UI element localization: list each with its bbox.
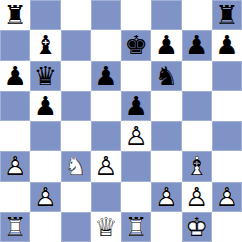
square-g3[interactable]: ♝♗ <box>182 151 212 181</box>
white-knight: ♞♘ <box>61 151 91 181</box>
white-rook: ♜♖ <box>121 212 151 242</box>
square-d7[interactable] <box>91 30 121 60</box>
square-h5[interactable] <box>212 91 242 121</box>
chess-board: ♜♜♝♚♟♟♟♟♛♟♞♟♟♟♙♟♙♞♘♟♙♝♗♟♙♟♙♟♙♟♙♜♖♛♕♜♖♚♔ <box>0 0 242 242</box>
square-g7[interactable]: ♟ <box>182 30 212 60</box>
white-queen-outline: ♕ <box>91 212 121 242</box>
square-g4[interactable] <box>182 121 212 151</box>
black-pawn: ♟ <box>212 30 242 60</box>
square-f1[interactable] <box>151 212 181 242</box>
black-rook-glyph: ♜ <box>0 0 30 30</box>
black-pawn: ♟ <box>91 61 121 91</box>
square-e1[interactable]: ♜♖ <box>121 212 151 242</box>
square-d2[interactable] <box>91 182 121 212</box>
square-d8[interactable] <box>91 0 121 30</box>
black-pawn: ♟ <box>0 61 30 91</box>
square-f6[interactable]: ♞ <box>151 61 181 91</box>
black-pawn-glyph: ♟ <box>151 30 181 60</box>
square-b1[interactable] <box>30 212 60 242</box>
black-knight: ♞ <box>151 61 181 91</box>
square-c8[interactable] <box>61 0 91 30</box>
square-e4[interactable]: ♟♙ <box>121 121 151 151</box>
square-c1[interactable] <box>61 212 91 242</box>
square-e6[interactable] <box>121 61 151 91</box>
white-rook-outline: ♖ <box>121 212 151 242</box>
white-king: ♚♔ <box>182 212 212 242</box>
square-h7[interactable]: ♟ <box>212 30 242 60</box>
square-g5[interactable] <box>182 91 212 121</box>
white-pawn: ♟♙ <box>30 182 60 212</box>
square-e2[interactable] <box>121 182 151 212</box>
white-pawn: ♟♙ <box>182 182 212 212</box>
white-bishop: ♝♗ <box>182 151 212 181</box>
white-bishop-outline: ♗ <box>182 151 212 181</box>
square-h1[interactable] <box>212 212 242 242</box>
square-b2[interactable]: ♟♙ <box>30 182 60 212</box>
black-rook: ♜ <box>212 0 242 30</box>
square-b4[interactable] <box>30 121 60 151</box>
white-rook-outline: ♖ <box>0 212 30 242</box>
white-king-outline: ♔ <box>182 212 212 242</box>
square-d6[interactable]: ♟ <box>91 61 121 91</box>
black-pawn: ♟ <box>121 91 151 121</box>
square-a7[interactable] <box>0 30 30 60</box>
square-h4[interactable] <box>212 121 242 151</box>
white-pawn-outline: ♙ <box>151 182 181 212</box>
square-g8[interactable] <box>182 0 212 30</box>
square-g6[interactable] <box>182 61 212 91</box>
square-g1[interactable]: ♚♔ <box>182 212 212 242</box>
black-pawn-glyph: ♟ <box>91 61 121 91</box>
square-c7[interactable] <box>61 30 91 60</box>
white-pawn: ♟♙ <box>91 151 121 181</box>
square-f5[interactable] <box>151 91 181 121</box>
white-pawn: ♟♙ <box>121 121 151 151</box>
square-f2[interactable]: ♟♙ <box>151 182 181 212</box>
black-queen-glyph: ♛ <box>30 61 60 91</box>
black-pawn: ♟ <box>151 30 181 60</box>
white-pawn-outline: ♙ <box>30 182 60 212</box>
black-rook-glyph: ♜ <box>212 0 242 30</box>
square-b8[interactable] <box>30 0 60 30</box>
square-a4[interactable] <box>0 121 30 151</box>
square-g2[interactable]: ♟♙ <box>182 182 212 212</box>
square-a8[interactable]: ♜ <box>0 0 30 30</box>
square-a1[interactable]: ♜♖ <box>0 212 30 242</box>
black-pawn-glyph: ♟ <box>0 61 30 91</box>
square-a3[interactable]: ♟♙ <box>0 151 30 181</box>
square-e8[interactable] <box>121 0 151 30</box>
square-c5[interactable] <box>61 91 91 121</box>
black-bishop-glyph: ♝ <box>30 30 60 60</box>
black-pawn-glyph: ♟ <box>121 91 151 121</box>
black-king-glyph: ♚ <box>121 30 151 60</box>
square-d3[interactable]: ♟♙ <box>91 151 121 181</box>
square-e5[interactable]: ♟ <box>121 91 151 121</box>
square-c2[interactable] <box>61 182 91 212</box>
black-knight-glyph: ♞ <box>151 61 181 91</box>
square-d1[interactable]: ♛♕ <box>91 212 121 242</box>
white-queen: ♛♕ <box>91 212 121 242</box>
white-pawn: ♟♙ <box>212 182 242 212</box>
square-h8[interactable]: ♜ <box>212 0 242 30</box>
black-pawn-glyph: ♟ <box>182 30 212 60</box>
white-pawn-outline: ♙ <box>121 121 151 151</box>
black-king: ♚ <box>121 30 151 60</box>
square-f7[interactable]: ♟ <box>151 30 181 60</box>
square-e7[interactable]: ♚ <box>121 30 151 60</box>
black-queen: ♛ <box>30 61 60 91</box>
black-pawn-glyph: ♟ <box>212 30 242 60</box>
white-rook: ♜♖ <box>0 212 30 242</box>
white-pawn-outline: ♙ <box>212 182 242 212</box>
black-pawn: ♟ <box>182 30 212 60</box>
white-pawn-outline: ♙ <box>182 182 212 212</box>
square-a2[interactable] <box>0 182 30 212</box>
square-a6[interactable]: ♟ <box>0 61 30 91</box>
white-pawn: ♟♙ <box>0 151 30 181</box>
square-c6[interactable] <box>61 61 91 91</box>
square-f3[interactable] <box>151 151 181 181</box>
square-h3[interactable] <box>212 151 242 181</box>
white-pawn: ♟♙ <box>151 182 181 212</box>
square-c4[interactable] <box>61 121 91 151</box>
square-b7[interactable]: ♝ <box>30 30 60 60</box>
chess-board-wrap: ♜♜♝♚♟♟♟♟♛♟♞♟♟♟♙♟♙♞♘♟♙♝♗♟♙♟♙♟♙♟♙♜♖♛♕♜♖♚♔ <box>0 0 242 242</box>
square-e3[interactable] <box>121 151 151 181</box>
square-c3[interactable]: ♞♘ <box>61 151 91 181</box>
square-b3[interactable] <box>30 151 60 181</box>
black-rook: ♜ <box>0 0 30 30</box>
square-b6[interactable]: ♛ <box>30 61 60 91</box>
square-h2[interactable]: ♟♙ <box>212 182 242 212</box>
square-f8[interactable] <box>151 0 181 30</box>
square-d4[interactable] <box>91 121 121 151</box>
white-pawn-outline: ♙ <box>91 151 121 181</box>
square-a5[interactable] <box>0 91 30 121</box>
black-pawn: ♟ <box>30 91 60 121</box>
square-f4[interactable] <box>151 121 181 151</box>
black-bishop: ♝ <box>30 30 60 60</box>
white-knight-outline: ♘ <box>61 151 91 181</box>
black-pawn-glyph: ♟ <box>30 91 60 121</box>
square-d5[interactable] <box>91 91 121 121</box>
white-pawn-outline: ♙ <box>0 151 30 181</box>
square-h6[interactable] <box>212 61 242 91</box>
square-b5[interactable]: ♟ <box>30 91 60 121</box>
